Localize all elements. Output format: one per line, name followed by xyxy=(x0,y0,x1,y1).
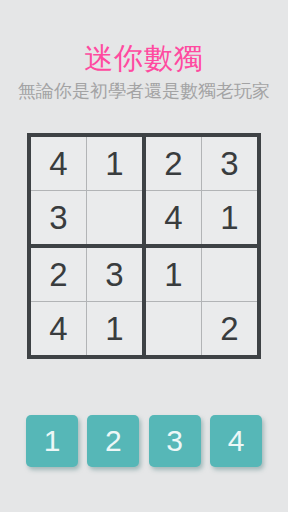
sudoku-board: 4 1 2 3 3 4 1 2 3 1 4 1 2 xyxy=(27,133,261,359)
cell-r2c3[interactable]: 4 xyxy=(146,191,201,244)
cell-r3c2[interactable]: 3 xyxy=(87,248,142,301)
cell-r3c4[interactable] xyxy=(202,248,257,301)
numpad-button-1[interactable]: 1 xyxy=(26,415,78,467)
cell-r2c1[interactable]: 3 xyxy=(31,191,86,244)
cell-r4c1[interactable]: 4 xyxy=(31,302,86,355)
cell-r4c2[interactable]: 1 xyxy=(87,302,142,355)
cell-r1c2[interactable]: 1 xyxy=(87,137,142,190)
cell-r1c4[interactable]: 3 xyxy=(202,137,257,190)
cell-r3c1[interactable]: 2 xyxy=(31,248,86,301)
page-title: 迷你數獨 xyxy=(0,39,288,79)
cell-r2c4[interactable]: 1 xyxy=(202,191,257,244)
numpad-button-2[interactable]: 2 xyxy=(87,415,139,467)
cell-r1c1[interactable]: 4 xyxy=(31,137,86,190)
cell-r1c3[interactable]: 2 xyxy=(146,137,201,190)
cell-r4c3[interactable] xyxy=(146,302,201,355)
numpad-button-3[interactable]: 3 xyxy=(149,415,201,467)
number-pad: 1 2 3 4 xyxy=(26,415,262,467)
sudoku-grid: 4 1 2 3 3 4 1 2 3 1 4 1 2 xyxy=(27,133,261,359)
numpad-button-4[interactable]: 4 xyxy=(210,415,262,467)
cell-r2c2[interactable] xyxy=(87,191,142,244)
page-subtitle: 無論你是初學者還是數獨老玩家 xyxy=(0,79,288,103)
app-screen: 迷你數獨 無論你是初學者還是數獨老玩家 4 1 2 3 3 4 1 2 3 1 … xyxy=(0,0,288,512)
cell-r4c4[interactable]: 2 xyxy=(202,302,257,355)
cell-r3c3[interactable]: 1 xyxy=(146,248,201,301)
